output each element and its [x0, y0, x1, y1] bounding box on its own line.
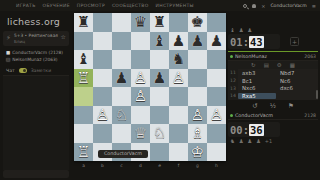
black-n-piece-f6[interactable]: ♞ — [169, 50, 188, 69]
square-e7[interactable]: ♝ — [150, 32, 169, 51]
black-q-piece-d8[interactable]: ♛ — [131, 13, 150, 32]
black-p-piece-e5[interactable]: ♟ — [150, 69, 169, 88]
square-e4[interactable] — [150, 87, 169, 106]
game-panel: ♝ ♟ ♟ 01: 43 + NelsonMunaz 2063 ↻▤⚙▦ 11a… — [228, 13, 318, 180]
clock-bottom: 00: 36 — [228, 122, 280, 137]
chat-input[interactable] — [3, 170, 69, 178]
game-info-line1: 5+3 • Рейтинговая — [14, 33, 58, 38]
square-c7[interactable] — [112, 32, 131, 51]
resign-button[interactable]: ⚑ — [288, 102, 294, 110]
square-g2[interactable]: ♗ — [188, 124, 207, 143]
square-h8[interactable] — [207, 13, 226, 32]
square-f6[interactable]: ♞ — [169, 50, 188, 69]
square-b2[interactable] — [93, 124, 112, 143]
square-b8[interactable] — [93, 13, 112, 32]
move-number: 11 — [228, 69, 238, 77]
white-k-piece-g1[interactable]: ♔ — [188, 143, 207, 162]
square-a1[interactable]: ♖ — [74, 143, 93, 162]
square-g1[interactable]: ♔ — [188, 143, 207, 162]
square-h7[interactable]: ♟ — [207, 32, 226, 51]
coord-file-c: c — [112, 163, 131, 168]
move-12b[interactable]: Nc6 — [276, 78, 314, 84]
bookmark-star-icon[interactable]: ☆ — [61, 33, 66, 40]
square-f2[interactable] — [169, 124, 188, 143]
square-f5[interactable]: ♙ — [169, 69, 188, 88]
players-box: ■ ConductorVacm (2128) ■ NelsonMunaz (20… — [3, 48, 69, 64]
white-q-piece-d2[interactable]: ♕ — [131, 124, 150, 143]
offer-draw-button[interactable]: ½ — [270, 102, 276, 110]
square-a8[interactable]: ♜ — [74, 13, 93, 32]
movelist-tool-icon-0[interactable]: ↻ — [251, 61, 256, 69]
coord-file-h: h — [207, 163, 226, 168]
move-14w[interactable]: Rxa5 — [238, 93, 276, 99]
move-11b[interactable]: Nbd7 — [276, 70, 314, 76]
move-11w[interactable]: axb3 — [238, 70, 276, 76]
game-info-line2: Блиц — [14, 39, 58, 44]
coord-file-g: g — [188, 163, 207, 168]
square-h6[interactable] — [207, 50, 226, 69]
left-sidebar: lichess.org ⚡ 5+3 • Рейтинговая Блиц ☆ ■… — [0, 11, 72, 180]
square-e8[interactable]: ♜ — [150, 13, 169, 32]
black-r-piece-e8[interactable]: ♜ — [150, 13, 169, 32]
player-line-black[interactable]: ■ NelsonMunaz (2063) — [6, 56, 66, 63]
square-b6[interactable] — [93, 50, 112, 69]
square-g6[interactable] — [188, 50, 207, 69]
square-h4[interactable] — [207, 87, 226, 106]
move-number: 14 — [228, 92, 238, 100]
lichess-logo[interactable]: lichess.org — [0, 11, 72, 30]
move-13w[interactable]: Nxc6 — [238, 85, 276, 91]
tab-notes[interactable]: Заметки — [31, 68, 52, 73]
square-c2[interactable] — [112, 124, 131, 143]
add-time-button[interactable]: + — [290, 37, 299, 46]
square-d2[interactable]: ♕ — [131, 124, 150, 143]
square-g3[interactable]: ♙ — [188, 106, 207, 125]
square-g4[interactable] — [188, 87, 207, 106]
clock-bottom-seconds: 36 — [249, 124, 264, 136]
takeback-button[interactable]: ↺ — [252, 102, 257, 110]
square-f4[interactable] — [169, 87, 188, 106]
search-icon[interactable] — [243, 4, 247, 8]
square-e2[interactable]: ♘ — [150, 124, 169, 143]
square-c3[interactable]: ♘ — [112, 106, 131, 125]
black-side-icon: ■ — [6, 58, 10, 62]
move-row: 14Rxa5 — [228, 92, 318, 100]
black-b-piece-e7[interactable]: ♝ — [150, 32, 169, 51]
nav-item[interactable]: ПРОСМОТР — [77, 3, 105, 8]
board-coordinates: abcdefgh — [74, 163, 226, 168]
white-p-piece-d5[interactable]: ♙ — [131, 69, 150, 88]
black-p-piece-g7[interactable]: ♟ — [188, 32, 207, 51]
movelist-tool-icon-1[interactable]: ▤ — [264, 61, 269, 69]
movelist-scrollbar[interactable] — [316, 90, 318, 99]
chess-board: ♜♛♜♚♝♟♟♟♝♞♖♟♙♟♙♙♙♘♙♙♕♘♗♖♔ — [74, 13, 226, 161]
square-d5[interactable]: ♙ — [131, 69, 150, 88]
square-d8[interactable]: ♛ — [131, 13, 150, 32]
nav-menu: ИГРАТЬОБУЧЕНИЕПРОСМОТРСООБЩЕСТВОИНСТРУМЕ… — [16, 3, 194, 8]
square-d7[interactable] — [131, 32, 150, 51]
square-b5[interactable] — [93, 69, 112, 88]
black-r-piece-a8[interactable]: ♜ — [74, 13, 93, 32]
move-row: 13Nxc6dxc6 — [228, 85, 318, 93]
move-row: 11axb3Nbd7 — [228, 69, 318, 77]
square-e5[interactable]: ♟ — [150, 69, 169, 88]
square-f7[interactable]: ♟ — [169, 32, 188, 51]
square-d4[interactable]: ♙ — [131, 87, 150, 106]
square-a4[interactable] — [74, 87, 93, 106]
coord-file-b: b — [93, 163, 112, 168]
tab-chat[interactable]: Чат — [6, 68, 15, 73]
online-dot-bottom — [230, 114, 233, 117]
square-g7[interactable]: ♟ — [188, 32, 207, 51]
nav-item[interactable]: СООБЩЕСТВО — [112, 3, 149, 8]
white-p-piece-d4[interactable]: ♙ — [131, 87, 150, 106]
clock-top: 01: 43 + — [228, 34, 280, 49]
move-list: 11axb3Nbd712Bc1Nc613Nxc6dxc614Rxa5 — [228, 69, 318, 100]
player-top-rating: 2063 — [304, 54, 316, 59]
black-p-piece-c5[interactable]: ♟ — [112, 69, 131, 88]
player-bottom-rating: 2128 — [304, 113, 316, 118]
square-h1[interactable] — [207, 143, 226, 162]
white-b-piece-g2[interactable]: ♗ — [188, 124, 207, 143]
square-c6[interactable] — [112, 50, 131, 69]
coord-file-e: e — [150, 163, 169, 168]
square-e1[interactable] — [150, 143, 169, 162]
black-p-piece-h7[interactable]: ♟ — [207, 32, 226, 51]
captured-glyphs: ♞ ♟ ♟ ♟ — [230, 138, 262, 144]
black-k-piece-g8[interactable]: ♚ — [188, 13, 207, 32]
square-a5[interactable]: ♖ — [74, 69, 93, 88]
move-number: 12 — [228, 77, 238, 85]
player-bottom-name: ConductorVacm — [235, 113, 273, 118]
white-p-piece-g3[interactable]: ♙ — [188, 106, 207, 125]
clock-top-minutes: 01: — [230, 36, 249, 48]
square-e6[interactable] — [150, 50, 169, 69]
square-a6[interactable]: ♝ — [74, 50, 93, 69]
player-line-white[interactable]: ■ ConductorVacm (2128) — [6, 49, 66, 56]
white-p-piece-h3[interactable]: ♙ — [207, 106, 226, 125]
square-e3[interactable] — [150, 106, 169, 125]
player-row-bottom[interactable]: ConductorVacm 2128 — [228, 111, 318, 120]
board-area: ♜♛♜♚♝♟♟♟♝♞♖♟♙♟♙♙♙♘♙♙♕♘♗♖♔ abcdefgh — [74, 13, 226, 168]
challenge-icon[interactable]: × — [261, 3, 265, 9]
square-f1[interactable] — [169, 143, 188, 162]
hamburger-menu-icon[interactable]: ≡ — [312, 3, 316, 9]
square-b3[interactable]: ♙ — [93, 106, 112, 125]
material-advantage: +1 — [265, 138, 272, 144]
square-h3[interactable]: ♙ — [207, 106, 226, 125]
black-player-label: NelsonMunaz (2063) — [12, 57, 57, 62]
navbar-username[interactable]: ConductorVacm — [270, 3, 306, 8]
online-dot-top — [230, 55, 233, 58]
coord-file-f: f — [169, 163, 188, 168]
movelist-tool-icon-3[interactable]: ▦ — [290, 61, 295, 69]
square-b4[interactable] — [93, 87, 112, 106]
square-d3[interactable] — [131, 106, 150, 125]
square-a3[interactable] — [74, 106, 93, 125]
captured-pieces-bottom: ♞ ♟ ♟ ♟ +1 — [228, 137, 318, 145]
square-c8[interactable] — [112, 13, 131, 32]
square-h2[interactable] — [207, 124, 226, 143]
white-player-label: ConductorVacm (2128) — [12, 50, 63, 55]
clock-top-seconds: 43 — [249, 36, 264, 48]
square-a2[interactable] — [74, 124, 93, 143]
nav-item[interactable]: ОБУЧЕНИЕ — [43, 3, 70, 8]
black-p-piece-f7[interactable]: ♟ — [169, 32, 188, 51]
game-action-buttons: ↺½⚑ — [228, 100, 318, 111]
player-row-top[interactable]: NelsonMunaz 2063 — [228, 52, 318, 61]
game-info-box: ⚡ 5+3 • Рейтинговая Блиц ☆ — [3, 31, 69, 46]
white-r-piece-a1[interactable]: ♖ — [74, 143, 93, 162]
square-b7[interactable] — [93, 32, 112, 51]
coord-file-d: d — [131, 163, 150, 168]
coord-file-a: a — [74, 163, 93, 168]
move-12w[interactable]: Bc1 — [238, 78, 276, 84]
under-board-username-plate: ConductorVacm — [98, 150, 148, 158]
square-c5[interactable]: ♟ — [112, 69, 131, 88]
square-a7[interactable] — [74, 32, 93, 51]
blitz-icon: ⚡ — [6, 33, 11, 44]
square-f8[interactable] — [169, 13, 188, 32]
captured-pieces-top: ♝ ♟ ♟ — [228, 26, 318, 34]
black-b-piece-a6[interactable]: ♝ — [74, 50, 93, 69]
chat-tabs: Чат Заметки — [3, 67, 69, 76]
square-g8[interactable]: ♚ — [188, 13, 207, 32]
square-d6[interactable] — [131, 50, 150, 69]
white-p-piece-f5[interactable]: ♙ — [169, 69, 188, 88]
nav-item[interactable]: ИНСТРУМЕНТЫ — [156, 3, 194, 8]
square-h5[interactable] — [207, 69, 226, 88]
white-r-piece-a5[interactable]: ♖ — [74, 69, 93, 88]
white-side-icon: ■ — [6, 51, 10, 55]
square-g5[interactable] — [188, 69, 207, 88]
move-row: 12Bc1Nc6 — [228, 77, 318, 85]
movelist-toolbar: ↻▤⚙▦ — [228, 61, 318, 69]
square-c4[interactable] — [112, 87, 131, 106]
movelist-tool-icon-2[interactable]: ⚙ — [277, 61, 282, 69]
top-navbar: ИГРАТЬОБУЧЕНИЕПРОСМОТРСООБЩЕСТВОИНСТРУМЕ… — [0, 0, 320, 11]
bell-icon[interactable] — [252, 4, 256, 8]
clock-bottom-minutes: 00: — [230, 124, 249, 136]
white-n-piece-c3[interactable]: ♘ — [112, 106, 131, 125]
chat-messages-area — [3, 76, 69, 170]
nav-item[interactable]: ИГРАТЬ — [16, 3, 36, 8]
chat-toggle[interactable] — [19, 68, 27, 73]
move-13b[interactable]: dxc6 — [276, 85, 314, 91]
white-n-piece-e2[interactable]: ♘ — [150, 124, 169, 143]
player-top-name: NelsonMunaz — [235, 54, 267, 59]
move-number: 13 — [228, 85, 238, 93]
square-f3[interactable] — [169, 106, 188, 125]
white-p-piece-b3[interactable]: ♙ — [93, 106, 112, 125]
